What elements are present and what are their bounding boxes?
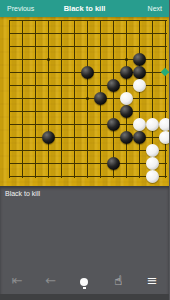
white-stone <box>133 79 146 92</box>
top-bar: Previous Black to kill Next <box>0 0 169 17</box>
bottom-shadow-strip <box>0 294 169 300</box>
black-stone <box>120 131 133 144</box>
black-stone <box>133 66 146 79</box>
white-stone <box>133 118 146 131</box>
star-point <box>125 58 128 61</box>
bottom-toolbar: ⇤←☝≡ <box>0 268 169 294</box>
hint-lightbulb-icon[interactable] <box>68 268 102 294</box>
play-hand-icon[interactable]: ☝ <box>101 268 135 294</box>
black-stone <box>42 131 55 144</box>
white-stone <box>159 118 170 131</box>
star-point <box>86 97 89 100</box>
black-stone <box>107 79 120 92</box>
white-stone <box>159 131 170 144</box>
edge-marker-icon <box>161 68 169 76</box>
white-stone <box>120 92 133 105</box>
black-stone <box>107 157 120 170</box>
black-stone <box>120 105 133 118</box>
go-board[interactable] <box>0 17 169 186</box>
previous-button[interactable]: Previous <box>7 5 34 12</box>
next-button[interactable]: Next <box>148 5 162 12</box>
star-point <box>47 58 50 61</box>
menu-icon[interactable]: ≡ <box>135 268 169 294</box>
black-stone <box>120 66 133 79</box>
black-stone <box>107 118 120 131</box>
black-stone <box>133 131 146 144</box>
white-stone <box>146 157 159 170</box>
board-intersections[interactable] <box>3 17 170 183</box>
black-stone <box>94 92 107 105</box>
white-stone <box>146 118 159 131</box>
problem-goal-text: Black to kill <box>0 186 169 197</box>
skip-to-start-icon[interactable]: ⇤ <box>0 268 34 294</box>
black-stone <box>133 53 146 66</box>
black-stone <box>81 66 94 79</box>
undo-arrow-icon[interactable]: ← <box>34 268 68 294</box>
hint-lightbulb-icon <box>80 278 88 286</box>
white-stone <box>146 170 159 183</box>
white-stone <box>146 144 159 157</box>
